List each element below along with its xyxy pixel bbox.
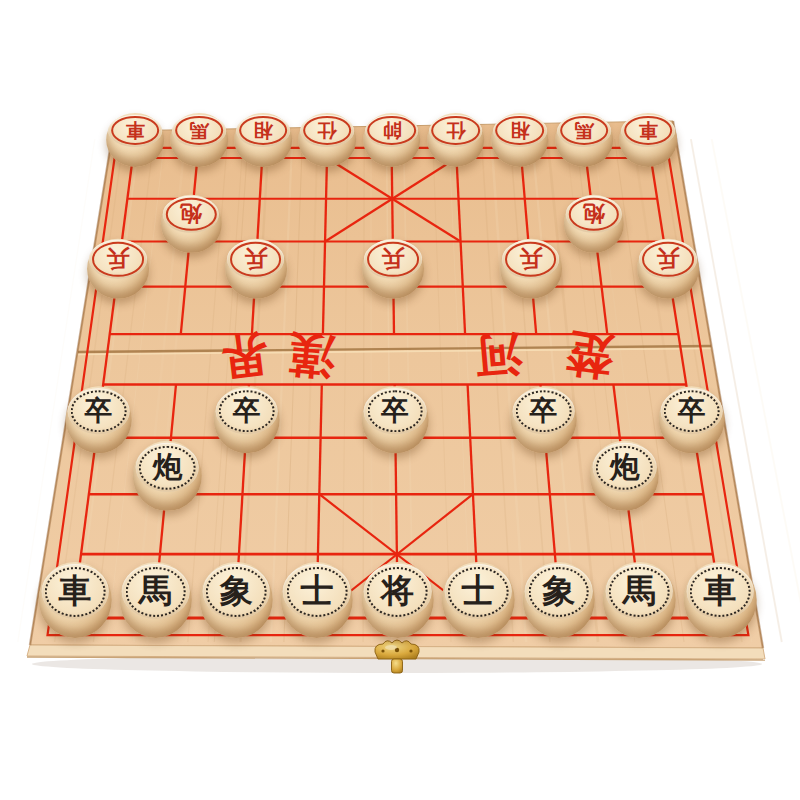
piece-red-soldier[interactable]: 兵 (87, 238, 149, 298)
piece-face: 兵 (639, 240, 697, 279)
piece-character: 車 (621, 115, 675, 147)
piece-face: 炮 (592, 443, 656, 492)
piece-character: 象 (525, 564, 593, 619)
piece-character: 車 (686, 564, 754, 619)
piece-character: 仕 (301, 115, 355, 147)
piece-face: 卒 (661, 388, 723, 434)
piece-black-horse[interactable]: 馬 (119, 562, 192, 638)
piece-red-soldier[interactable]: 兵 (225, 238, 287, 298)
piece-face: 仕 (301, 115, 355, 147)
piece-character: 兵 (89, 240, 147, 279)
piece-face: 兵 (89, 240, 147, 279)
piece-character: 炮 (135, 443, 199, 492)
river-text-char: 界 (218, 326, 271, 386)
piece-character: 卒 (661, 388, 723, 434)
piece-black-soldier[interactable]: 卒 (65, 386, 132, 454)
piece-face: 車 (41, 564, 109, 619)
piece-face: 仕 (429, 115, 483, 147)
piece-character: 卒 (67, 388, 129, 434)
piece-face: 兵 (227, 240, 285, 279)
piece-face: 車 (108, 115, 162, 147)
piece-face: 帥 (365, 115, 419, 147)
piece-black-soldier[interactable]: 卒 (510, 386, 577, 454)
piece-character: 兵 (364, 240, 422, 279)
piece-red-chariot[interactable]: 車 (106, 113, 164, 167)
river-text-char: 楚 (563, 326, 617, 386)
piece-face: 馬 (172, 115, 226, 147)
piece-black-chariot[interactable]: 車 (684, 562, 757, 638)
piece-red-horse[interactable]: 馬 (170, 113, 228, 167)
piece-face: 士 (444, 564, 512, 619)
piece-face: 士 (283, 564, 351, 619)
piece-red-elephant[interactable]: 相 (491, 113, 549, 167)
piece-red-elephant[interactable]: 相 (234, 113, 292, 167)
piece-character: 将 (364, 564, 432, 619)
piece-face: 炮 (566, 196, 622, 232)
piece-red-general[interactable]: 帥 (363, 113, 421, 167)
piece-character: 馬 (606, 564, 674, 619)
piece-face: 馬 (122, 564, 190, 619)
piece-face: 兵 (364, 240, 422, 279)
piece-character: 馬 (172, 115, 226, 147)
piece-character: 兵 (639, 240, 697, 279)
river-text-char: 河 (473, 326, 526, 385)
piece-red-soldier[interactable]: 兵 (637, 238, 699, 298)
piece-face: 卒 (512, 388, 574, 434)
river-text-char: 漢 (286, 327, 339, 386)
piece-black-soldier[interactable]: 卒 (362, 386, 429, 454)
piece-black-general[interactable]: 将 (361, 562, 434, 638)
piece-character: 帥 (365, 115, 419, 147)
piece-character: 炮 (163, 196, 219, 232)
piece-face: 炮 (163, 196, 219, 232)
piece-character: 卒 (512, 388, 574, 434)
piece-face: 馬 (606, 564, 674, 619)
piece-black-cannon[interactable]: 炮 (590, 441, 659, 511)
piece-face: 卒 (364, 388, 426, 434)
piece-character: 車 (108, 115, 162, 147)
piece-black-elephant[interactable]: 象 (200, 562, 273, 638)
piece-face: 馬 (557, 115, 611, 147)
piece-face: 車 (621, 115, 675, 147)
piece-character: 相 (236, 115, 290, 147)
piece-character: 車 (41, 564, 109, 619)
piece-face: 車 (686, 564, 754, 619)
piece-face: 兵 (502, 240, 560, 279)
piece-black-soldier[interactable]: 卒 (658, 386, 725, 454)
piece-character: 炮 (592, 443, 656, 492)
piece-red-chariot[interactable]: 車 (619, 113, 677, 167)
piece-black-cannon[interactable]: 炮 (133, 441, 202, 511)
piece-black-advisor[interactable]: 士 (281, 562, 354, 638)
piece-red-horse[interactable]: 馬 (555, 113, 613, 167)
piece-face: 炮 (135, 443, 199, 492)
piece-black-soldier[interactable]: 卒 (213, 386, 280, 454)
piece-character: 卒 (216, 388, 278, 434)
piece-character: 兵 (227, 240, 285, 279)
piece-face: 象 (203, 564, 271, 619)
piece-black-elephant[interactable]: 象 (522, 562, 595, 638)
piece-red-soldier[interactable]: 兵 (500, 238, 562, 298)
piece-character: 象 (203, 564, 271, 619)
piece-black-horse[interactable]: 馬 (603, 562, 676, 638)
piece-face: 象 (525, 564, 593, 619)
piece-character: 炮 (566, 196, 622, 232)
piece-black-chariot[interactable]: 車 (39, 562, 112, 638)
piece-face: 将 (364, 564, 432, 619)
piece-face: 卒 (216, 388, 278, 434)
piece-face: 相 (493, 115, 547, 147)
piece-character: 士 (283, 564, 351, 619)
piece-character: 相 (493, 115, 547, 147)
piece-character: 兵 (502, 240, 560, 279)
piece-character: 馬 (557, 115, 611, 147)
piece-character: 仕 (429, 115, 483, 147)
piece-character: 士 (444, 564, 512, 619)
piece-red-soldier[interactable]: 兵 (362, 238, 424, 298)
piece-character: 馬 (122, 564, 190, 619)
piece-face: 相 (236, 115, 290, 147)
piece-red-advisor[interactable]: 仕 (299, 113, 357, 167)
piece-face: 卒 (67, 388, 129, 434)
piece-character: 卒 (364, 388, 426, 434)
piece-red-advisor[interactable]: 仕 (427, 113, 485, 167)
product-photo-stage: 界漢河楚 車馬相仕帥仕相馬車炮炮兵兵兵兵兵卒卒卒卒卒炮炮車馬象士将士象馬車 (0, 0, 800, 800)
piece-black-advisor[interactable]: 士 (442, 562, 515, 638)
